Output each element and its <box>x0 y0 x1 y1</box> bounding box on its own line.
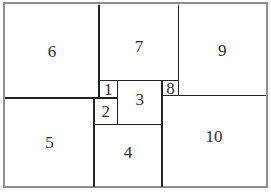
square-6: 6 <box>5 5 99 98</box>
square-8-label: 8 <box>166 80 175 97</box>
square-4-label: 4 <box>124 144 133 161</box>
square-2-label: 2 <box>102 103 111 120</box>
square-7: 7 <box>99 5 179 81</box>
square-1-label: 1 <box>104 81 113 98</box>
square-3-label: 3 <box>136 91 145 108</box>
square-9: 9 <box>179 5 267 96</box>
square-1: 1 <box>99 81 118 99</box>
square-5-label: 5 <box>45 134 54 151</box>
square-10-label: 10 <box>206 128 223 145</box>
square-4: 4 <box>94 125 162 187</box>
square-8: 8 <box>162 81 179 96</box>
square-2: 2 <box>94 98 118 125</box>
square-5: 5 <box>5 98 94 187</box>
square-7-label: 7 <box>135 38 144 55</box>
square-10: 10 <box>162 96 266 187</box>
square-3: 3 <box>118 81 163 125</box>
square-6-label: 6 <box>48 43 57 60</box>
square-9-label: 9 <box>218 42 227 59</box>
squared-rectangle-figure: 1 2 3 4 5 6 7 8 9 10 <box>0 0 271 192</box>
